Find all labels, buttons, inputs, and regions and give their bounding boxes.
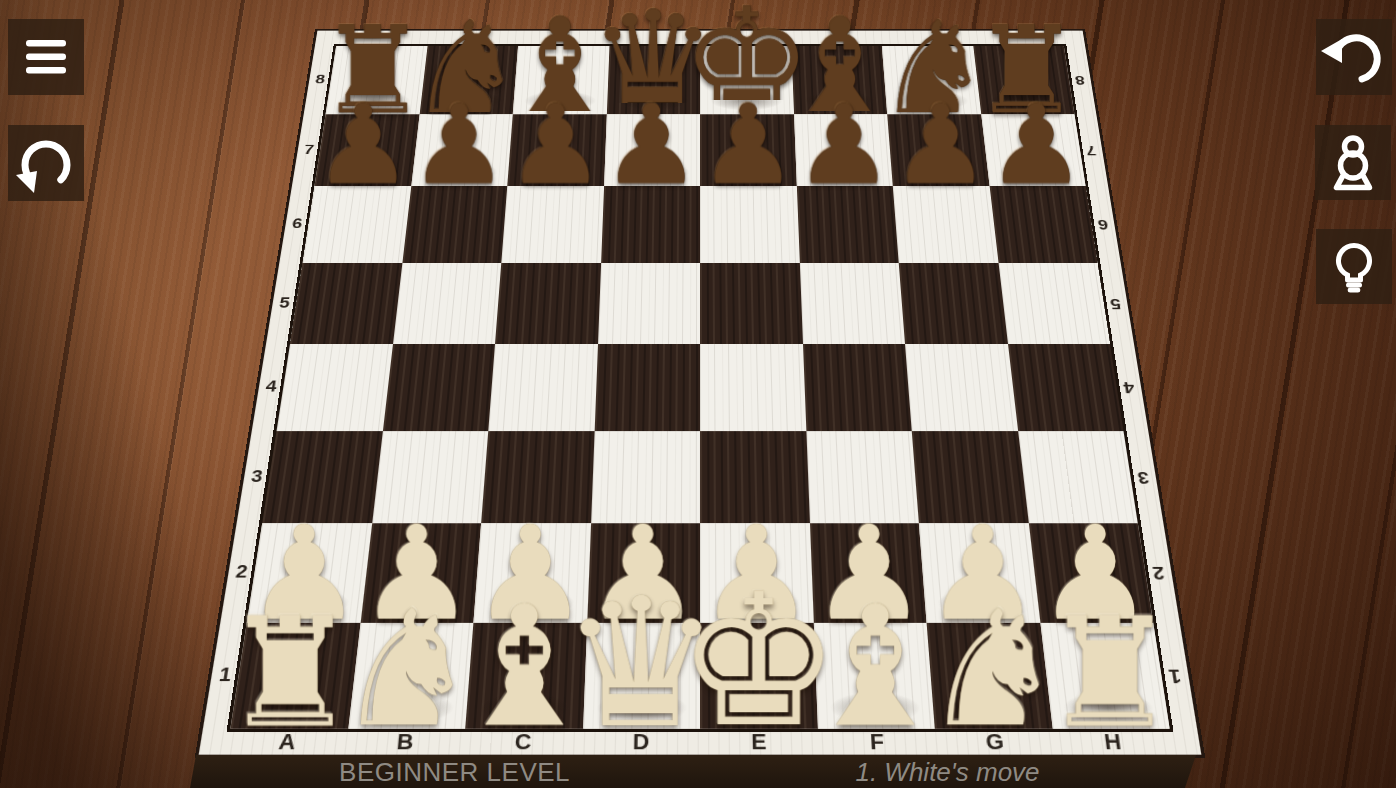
board-grid: ♜♞♝♛♚♝♞♜♟♟♟♟♟♟♟♟♟♟♟♟♟♟♟♟♜♞♝♛♚♝♞♜ <box>230 46 1169 729</box>
file-label-b: B <box>345 729 465 755</box>
square-b5[interactable] <box>393 263 502 344</box>
square-c6[interactable] <box>501 186 603 263</box>
pawn-icon <box>1315 125 1391 201</box>
file-label-f: F <box>817 729 936 755</box>
file-label-d: D <box>582 729 700 755</box>
file-label-c: C <box>463 729 582 755</box>
level-label: BEGINNER LEVEL <box>339 755 570 788</box>
chessboard-scene: 8877665544332211ABCDEFGH ♜♞♝♛♚♝♞♜♟♟♟♟♟♟♟… <box>266 0 1134 778</box>
square-d4[interactable] <box>594 344 700 431</box>
square-h6[interactable] <box>989 186 1097 263</box>
chessboard: 8877665544332211ABCDEFGH ♜♞♝♛♚♝♞♜♟♟♟♟♟♟♟… <box>199 31 1202 755</box>
square-d5[interactable] <box>598 263 701 344</box>
square-e6[interactable] <box>700 186 799 263</box>
rotate-board-button[interactable] <box>8 125 84 201</box>
menu-button[interactable] <box>8 19 84 95</box>
square-h4[interactable] <box>1008 344 1124 431</box>
move-indicator: 1. White's move <box>855 755 1039 788</box>
undo-button[interactable] <box>1316 19 1392 95</box>
menu-icon <box>8 19 84 95</box>
rotate-icon <box>8 125 84 201</box>
square-c5[interactable] <box>495 263 601 344</box>
square-f4[interactable] <box>803 344 912 431</box>
square-a6[interactable] <box>303 186 411 263</box>
file-label-e: E <box>700 729 818 755</box>
square-f5[interactable] <box>799 263 905 344</box>
square-b6[interactable] <box>402 186 507 263</box>
square-a4[interactable] <box>277 344 393 431</box>
status-bar: BEGINNER LEVEL 1. White's move <box>190 755 1196 788</box>
square-g4[interactable] <box>905 344 1018 431</box>
lightbulb-icon <box>1316 229 1392 305</box>
square-g6[interactable] <box>893 186 998 263</box>
square-e5[interactable] <box>700 263 803 344</box>
file-label-h: H <box>1052 729 1173 755</box>
square-g5[interactable] <box>899 263 1008 344</box>
square-e4[interactable] <box>700 344 806 431</box>
hint-button[interactable] <box>1316 229 1392 304</box>
file-label-a: A <box>226 729 347 755</box>
square-h5[interactable] <box>998 263 1110 344</box>
square-a5[interactable] <box>290 263 402 344</box>
file-label-g: G <box>935 729 1055 755</box>
square-h7[interactable]: ♟ <box>981 114 1086 186</box>
square-c4[interactable] <box>488 344 597 431</box>
square-b4[interactable] <box>382 344 495 431</box>
switch-sides-button[interactable] <box>1315 125 1391 200</box>
undo-icon <box>1316 19 1392 95</box>
square-f6[interactable] <box>796 186 898 263</box>
square-d6[interactable] <box>601 186 700 263</box>
app-screen: 8877665544332211ABCDEFGH ♜♞♝♛♚♝♞♜♟♟♟♟♟♟♟… <box>0 0 1396 788</box>
square-h1[interactable]: ♜ <box>1040 622 1170 728</box>
